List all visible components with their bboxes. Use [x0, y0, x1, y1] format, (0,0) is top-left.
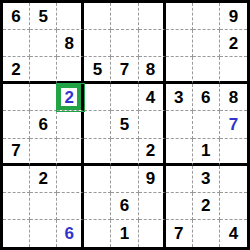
cell-r6c5[interactable]: [111, 139, 138, 166]
cell-r2c3[interactable]: 8: [57, 30, 84, 57]
cell-r7c4[interactable]: [84, 166, 111, 193]
cell-r6c3[interactable]: [57, 139, 84, 166]
cell-r7c3[interactable]: [57, 166, 84, 193]
cell-r6c4[interactable]: [84, 139, 111, 166]
cell-r2c7[interactable]: [166, 30, 193, 57]
cell-r4c2[interactable]: [30, 84, 57, 111]
cell-r4c5[interactable]: [111, 84, 138, 111]
cell-r9c3[interactable]: 6: [57, 220, 84, 247]
sudoku-board: 65982257824368657721293626174: [0, 0, 250, 250]
cell-r2c1[interactable]: [3, 30, 30, 57]
cell-r3c4[interactable]: 5: [84, 57, 111, 84]
cell-r4c6[interactable]: 4: [139, 84, 166, 111]
cell-r6c8[interactable]: 1: [193, 139, 220, 166]
cell-r2c6[interactable]: [139, 30, 166, 57]
cell-r8c9[interactable]: [220, 193, 247, 220]
cell-r3c7[interactable]: [166, 57, 193, 84]
cell-r1c6[interactable]: [139, 3, 166, 30]
cell-r7c5[interactable]: [111, 166, 138, 193]
cell-r4c7[interactable]: 3: [166, 84, 193, 111]
cell-r3c6[interactable]: 8: [139, 57, 166, 84]
cell-r6c6[interactable]: 2: [139, 139, 166, 166]
cell-r2c8[interactable]: [193, 30, 220, 57]
cell-r9c2[interactable]: [30, 220, 57, 247]
cell-r3c9[interactable]: [220, 57, 247, 84]
cell-r9c1[interactable]: [3, 220, 30, 247]
cell-r9c9[interactable]: 4: [220, 220, 247, 247]
cell-r9c6[interactable]: [139, 220, 166, 247]
cell-r5c6[interactable]: [139, 111, 166, 138]
cell-r6c1[interactable]: 7: [3, 139, 30, 166]
cell-r4c9[interactable]: 8: [220, 84, 247, 111]
cell-r2c9[interactable]: 2: [220, 30, 247, 57]
cell-r5c8[interactable]: [193, 111, 220, 138]
cell-r9c8[interactable]: [193, 220, 220, 247]
cell-r3c8[interactable]: [193, 57, 220, 84]
cell-r6c7[interactable]: [166, 139, 193, 166]
cell-r3c1[interactable]: 2: [3, 57, 30, 84]
cell-r4c1[interactable]: [3, 84, 30, 111]
cell-r1c3[interactable]: [57, 3, 84, 30]
cell-r7c9[interactable]: [220, 166, 247, 193]
cell-r7c6[interactable]: 9: [139, 166, 166, 193]
cell-r8c5[interactable]: 6: [111, 193, 138, 220]
cell-r7c7[interactable]: [166, 166, 193, 193]
cell-r3c5[interactable]: 7: [111, 57, 138, 84]
cell-r1c9[interactable]: 9: [220, 3, 247, 30]
cell-r2c5[interactable]: [111, 30, 138, 57]
cell-r1c5[interactable]: [111, 3, 138, 30]
cell-r5c1[interactable]: [3, 111, 30, 138]
cell-r8c2[interactable]: [30, 193, 57, 220]
cell-r8c8[interactable]: 2: [193, 193, 220, 220]
cell-r6c9[interactable]: [220, 139, 247, 166]
cell-r1c2[interactable]: 5: [30, 3, 57, 30]
cell-r5c2[interactable]: 6: [30, 111, 57, 138]
cell-r4c3[interactable]: 2: [57, 84, 84, 111]
cell-r1c7[interactable]: [166, 3, 193, 30]
cell-r8c6[interactable]: [139, 193, 166, 220]
cell-r8c4[interactable]: [84, 193, 111, 220]
cell-r5c4[interactable]: [84, 111, 111, 138]
cell-r1c8[interactable]: [193, 3, 220, 30]
cell-r5c7[interactable]: [166, 111, 193, 138]
cell-r8c1[interactable]: [3, 193, 30, 220]
cell-r1c4[interactable]: [84, 3, 111, 30]
cell-r8c3[interactable]: [57, 193, 84, 220]
cell-r3c2[interactable]: [30, 57, 57, 84]
cell-r7c2[interactable]: 2: [30, 166, 57, 193]
cell-r7c1[interactable]: [3, 166, 30, 193]
cell-r4c8[interactable]: 6: [193, 84, 220, 111]
cell-r5c3[interactable]: [57, 111, 84, 138]
cell-r9c7[interactable]: 7: [166, 220, 193, 247]
cell-r5c9[interactable]: 7: [220, 111, 247, 138]
cell-r4c4[interactable]: [84, 84, 111, 111]
cell-r7c8[interactable]: 3: [193, 166, 220, 193]
cell-r2c4[interactable]: [84, 30, 111, 57]
cell-r6c2[interactable]: [30, 139, 57, 166]
cell-r9c5[interactable]: 1: [111, 220, 138, 247]
cell-r5c5[interactable]: 5: [111, 111, 138, 138]
cell-r8c7[interactable]: [166, 193, 193, 220]
cell-r2c2[interactable]: [30, 30, 57, 57]
cell-r1c1[interactable]: 6: [3, 3, 30, 30]
cell-r9c4[interactable]: [84, 220, 111, 247]
cell-r3c3[interactable]: [57, 57, 84, 84]
